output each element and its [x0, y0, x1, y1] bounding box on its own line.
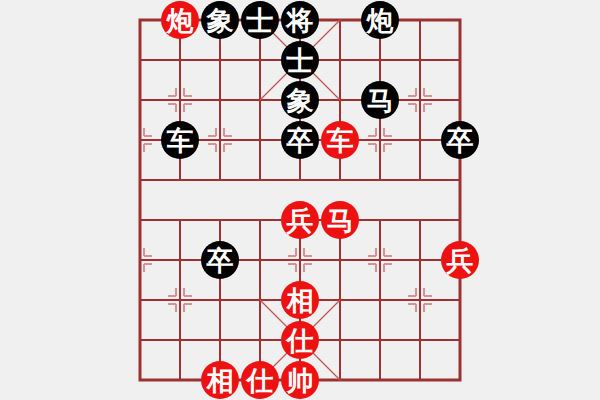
- black-soldier[interactable]: 卒: [281, 121, 319, 159]
- black-horse[interactable]: 马: [361, 81, 399, 119]
- red-soldier[interactable]: 兵: [441, 241, 479, 279]
- black-elephant[interactable]: 象: [201, 1, 239, 39]
- black-chariot[interactable]: 车: [161, 121, 199, 159]
- red-horse[interactable]: 马: [321, 201, 359, 239]
- red-cannon[interactable]: 炮: [161, 1, 199, 39]
- black-general[interactable]: 将: [281, 1, 319, 39]
- black-elephant[interactable]: 象: [281, 81, 319, 119]
- black-advisor[interactable]: 士: [241, 1, 279, 39]
- red-general[interactable]: 帅: [281, 361, 319, 399]
- black-cannon[interactable]: 炮: [361, 1, 399, 39]
- red-advisor[interactable]: 仕: [281, 321, 319, 359]
- red-soldier[interactable]: 兵: [281, 201, 319, 239]
- black-soldier[interactable]: 卒: [201, 241, 239, 279]
- red-elephant[interactable]: 相: [201, 361, 239, 399]
- xiangqi-board[interactable]: 炮象士将炮士象马车卒车卒兵马卒兵相仕相仕帅: [0, 0, 600, 400]
- black-soldier[interactable]: 卒: [441, 121, 479, 159]
- red-advisor[interactable]: 仕: [241, 361, 279, 399]
- red-elephant[interactable]: 相: [281, 281, 319, 319]
- black-advisor[interactable]: 士: [281, 41, 319, 79]
- pieces-layer: 炮象士将炮士象马车卒车卒兵马卒兵相仕相仕帅: [120, 0, 480, 400]
- red-chariot[interactable]: 车: [321, 121, 359, 159]
